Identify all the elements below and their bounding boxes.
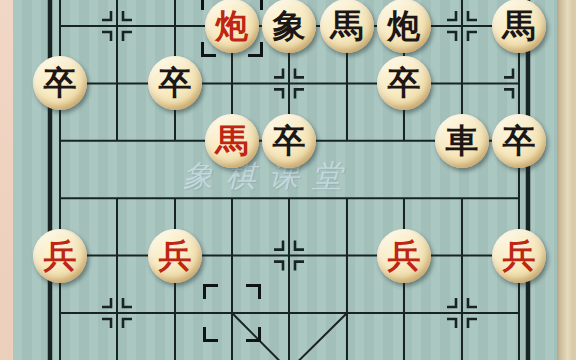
piece-red-cannon[interactable]: 炮 [205,0,259,53]
piece-black-horse[interactable]: 馬 [492,0,546,53]
piece-black-elephant[interactable]: 象 [262,0,316,53]
piece-black-horse[interactable]: 馬 [320,0,374,53]
right-margin [557,0,576,360]
piece-black-pawn[interactable]: 卒 [148,56,202,110]
piece-black-pawn[interactable]: 卒 [377,56,431,110]
piece-black-pawn[interactable]: 卒 [492,114,546,168]
piece-red-horse[interactable]: 馬 [205,114,259,168]
piece-black-chariot[interactable]: 車 [435,114,489,168]
piece-red-pawn[interactable]: 兵 [377,229,431,283]
piece-red-pawn[interactable]: 兵 [148,229,202,283]
piece-red-pawn[interactable]: 兵 [492,229,546,283]
piece-red-pawn[interactable]: 兵 [33,229,87,283]
piece-black-cannon[interactable]: 炮 [377,0,431,53]
xiangqi-app: 象棋课堂 炮象馬炮馬卒卒卒馬卒車卒兵兵兵兵 [0,0,576,360]
piece-black-pawn[interactable]: 卒 [262,114,316,168]
piece-black-pawn[interactable]: 卒 [33,56,87,110]
